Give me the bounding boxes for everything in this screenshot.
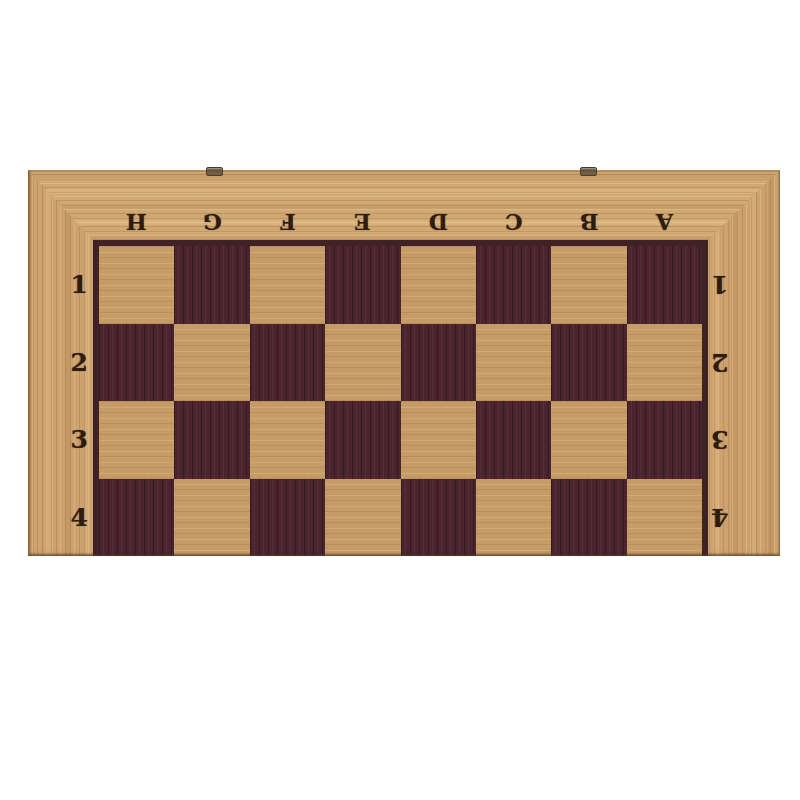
hinge-right <box>580 167 597 176</box>
square-f3[interactable] <box>250 401 325 479</box>
rank-labels-right: 1234 <box>708 246 732 556</box>
rank-label-right-1: 1 <box>711 270 728 299</box>
square-f1[interactable] <box>250 246 325 324</box>
square-a3[interactable] <box>627 401 702 479</box>
square-f2[interactable] <box>250 324 325 402</box>
hinge-left <box>206 167 223 176</box>
square-g1[interactable] <box>174 246 249 324</box>
rank-label-cell-left-3: 3 <box>62 401 90 479</box>
square-b2[interactable] <box>551 324 626 402</box>
file-label-a: A <box>656 209 673 235</box>
rank-label-cell-left-2: 2 <box>62 324 90 402</box>
rank-label-right-3: 3 <box>711 425 728 454</box>
file-label-h: H <box>126 209 147 235</box>
file-label-cell-a: A <box>627 206 702 238</box>
square-c2[interactable] <box>476 324 551 402</box>
square-g3[interactable] <box>174 401 249 479</box>
file-label-d: D <box>429 209 448 235</box>
square-c1[interactable] <box>476 246 551 324</box>
square-b3[interactable] <box>551 401 626 479</box>
rank-label-cell-left-1: 1 <box>62 246 90 324</box>
rank-label-cell-right-1: 1 <box>708 246 732 324</box>
rank-label-left-3: 3 <box>71 425 88 454</box>
photo-background: HGFEDCBA 1234 1234 <box>0 0 800 800</box>
rank-label-right-4: 4 <box>711 503 728 532</box>
rank-label-cell-right-3: 3 <box>708 401 732 479</box>
file-labels-row: HGFEDCBA <box>99 206 702 238</box>
file-label-g: G <box>203 209 222 235</box>
file-label-cell-h: H <box>99 206 174 238</box>
rank-label-left-1: 1 <box>71 270 88 299</box>
file-label-cell-c: C <box>476 206 551 238</box>
rank-label-left-2: 2 <box>71 348 88 377</box>
square-e2[interactable] <box>325 324 400 402</box>
file-label-cell-e: E <box>325 206 400 238</box>
square-a4[interactable] <box>627 479 702 557</box>
square-h4[interactable] <box>99 479 174 557</box>
rank-label-cell-right-4: 4 <box>708 479 732 557</box>
squares-grid <box>99 246 702 556</box>
square-c4[interactable] <box>476 479 551 557</box>
square-f4[interactable] <box>250 479 325 557</box>
file-label-e: E <box>354 209 371 235</box>
square-h2[interactable] <box>99 324 174 402</box>
square-h1[interactable] <box>99 246 174 324</box>
rank-label-right-2: 2 <box>711 348 728 377</box>
file-label-cell-b: B <box>551 206 626 238</box>
square-e4[interactable] <box>325 479 400 557</box>
square-c3[interactable] <box>476 401 551 479</box>
rank-labels-left: 1234 <box>62 246 90 556</box>
square-b1[interactable] <box>551 246 626 324</box>
square-d1[interactable] <box>401 246 476 324</box>
square-e1[interactable] <box>325 246 400 324</box>
file-label-f: F <box>280 209 296 235</box>
square-g4[interactable] <box>174 479 249 557</box>
square-h3[interactable] <box>99 401 174 479</box>
square-d2[interactable] <box>401 324 476 402</box>
square-e3[interactable] <box>325 401 400 479</box>
rank-label-left-4: 4 <box>71 503 88 532</box>
chessboard: HGFEDCBA 1234 1234 <box>28 170 780 556</box>
square-a1[interactable] <box>627 246 702 324</box>
square-a2[interactable] <box>627 324 702 402</box>
square-g2[interactable] <box>174 324 249 402</box>
square-d4[interactable] <box>401 479 476 557</box>
file-label-b: B <box>580 209 599 235</box>
rank-label-cell-left-4: 4 <box>62 479 90 557</box>
file-label-c: C <box>505 209 523 235</box>
board-playing-area <box>93 240 708 556</box>
file-label-cell-f: F <box>250 206 325 238</box>
file-label-cell-g: G <box>174 206 249 238</box>
square-b4[interactable] <box>551 479 626 557</box>
file-label-cell-d: D <box>401 206 476 238</box>
rank-label-cell-right-2: 2 <box>708 324 732 402</box>
square-d3[interactable] <box>401 401 476 479</box>
